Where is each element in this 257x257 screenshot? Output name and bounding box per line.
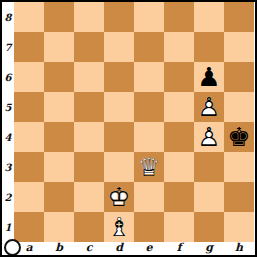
square-h6[interactable] — [224, 62, 254, 92]
rank-label-2: 2 — [2, 182, 14, 212]
square-c1[interactable] — [74, 212, 104, 242]
board: ♟♟♙♟♙♚♛♕♚♔♝♗ — [14, 2, 254, 242]
square-a6[interactable] — [14, 62, 44, 92]
square-f1[interactable] — [164, 212, 194, 242]
square-d6[interactable] — [104, 62, 134, 92]
rank-label-8: 8 — [2, 2, 14, 32]
rank-label-5: 5 — [2, 92, 14, 122]
square-g7[interactable] — [194, 32, 224, 62]
square-b6[interactable] — [44, 62, 74, 92]
square-f4[interactable] — [164, 122, 194, 152]
white-to-move-indicator — [4, 239, 21, 256]
rank-label-6: 6 — [2, 62, 14, 92]
white-pawn-icon[interactable]: ♟♙ — [194, 92, 224, 122]
rank-label-3: 3 — [2, 152, 14, 182]
chess-diagram: 87654321 ♟♟♙♟♙♚♛♕♚♔♝♗ abcdefgh — [0, 0, 257, 257]
square-e1[interactable] — [134, 212, 164, 242]
square-b7[interactable] — [44, 32, 74, 62]
square-f2[interactable] — [164, 182, 194, 212]
square-h1[interactable] — [224, 212, 254, 242]
square-f6[interactable] — [164, 62, 194, 92]
file-label-e: e — [134, 242, 164, 255]
square-e5[interactable] — [134, 92, 164, 122]
file-labels: abcdefgh — [14, 242, 254, 255]
black-pawn-icon[interactable]: ♟ — [194, 62, 224, 92]
rank-label-7: 7 — [2, 32, 14, 62]
square-a4[interactable] — [14, 122, 44, 152]
file-label-g: g — [194, 242, 224, 255]
square-e2[interactable] — [134, 182, 164, 212]
square-g3[interactable] — [194, 152, 224, 182]
square-c3[interactable] — [74, 152, 104, 182]
square-e7[interactable] — [134, 32, 164, 62]
white-queen-icon[interactable]: ♛♕ — [134, 152, 164, 182]
square-g5[interactable]: ♟♙ — [194, 92, 224, 122]
square-a7[interactable] — [14, 32, 44, 62]
square-f7[interactable] — [164, 32, 194, 62]
white-pawn-icon[interactable]: ♟♙ — [194, 122, 224, 152]
square-g8[interactable] — [194, 2, 224, 32]
square-h3[interactable] — [224, 152, 254, 182]
square-b8[interactable] — [44, 2, 74, 32]
square-h8[interactable] — [224, 2, 254, 32]
rank-label-4: 4 — [2, 122, 14, 152]
rank-labels: 87654321 — [2, 2, 14, 242]
square-b3[interactable] — [44, 152, 74, 182]
square-h7[interactable] — [224, 32, 254, 62]
square-e3[interactable]: ♛♕ — [134, 152, 164, 182]
square-h2[interactable] — [224, 182, 254, 212]
square-d4[interactable] — [104, 122, 134, 152]
square-b5[interactable] — [44, 92, 74, 122]
file-label-d: d — [104, 242, 134, 255]
square-f3[interactable] — [164, 152, 194, 182]
square-c6[interactable] — [74, 62, 104, 92]
square-e4[interactable] — [134, 122, 164, 152]
white-bishop-icon[interactable]: ♝♗ — [104, 212, 134, 242]
square-h4[interactable]: ♚ — [224, 122, 254, 152]
square-a5[interactable] — [14, 92, 44, 122]
square-c8[interactable] — [74, 2, 104, 32]
square-b1[interactable] — [44, 212, 74, 242]
white-king-icon[interactable]: ♚♔ — [104, 182, 134, 212]
square-g2[interactable] — [194, 182, 224, 212]
black-king-icon[interactable]: ♚ — [224, 122, 254, 152]
square-g6[interactable]: ♟ — [194, 62, 224, 92]
square-h5[interactable] — [224, 92, 254, 122]
square-d3[interactable] — [104, 152, 134, 182]
square-a1[interactable] — [14, 212, 44, 242]
square-b2[interactable] — [44, 182, 74, 212]
square-d1[interactable]: ♝♗ — [104, 212, 134, 242]
square-e6[interactable] — [134, 62, 164, 92]
file-label-b: b — [44, 242, 74, 255]
square-b4[interactable] — [44, 122, 74, 152]
file-label-c: c — [74, 242, 104, 255]
square-d2[interactable]: ♚♔ — [104, 182, 134, 212]
square-c5[interactable] — [74, 92, 104, 122]
square-f8[interactable] — [164, 2, 194, 32]
square-a2[interactable] — [14, 182, 44, 212]
rank-label-1: 1 — [2, 212, 14, 242]
square-a3[interactable] — [14, 152, 44, 182]
square-g4[interactable]: ♟♙ — [194, 122, 224, 152]
square-c7[interactable] — [74, 32, 104, 62]
square-a8[interactable] — [14, 2, 44, 32]
square-d7[interactable] — [104, 32, 134, 62]
square-c4[interactable] — [74, 122, 104, 152]
square-f5[interactable] — [164, 92, 194, 122]
square-d8[interactable] — [104, 2, 134, 32]
square-e8[interactable] — [134, 2, 164, 32]
file-label-h: h — [224, 242, 254, 255]
square-g1[interactable] — [194, 212, 224, 242]
square-d5[interactable] — [104, 92, 134, 122]
square-c2[interactable] — [74, 182, 104, 212]
file-label-f: f — [164, 242, 194, 255]
